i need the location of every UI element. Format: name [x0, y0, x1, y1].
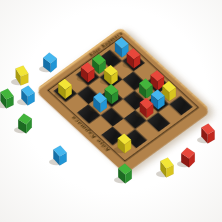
product-photo: Köşe Kapmaca Köşe Kapmaca [0, 0, 222, 222]
cubes-layer [0, 0, 222, 222]
